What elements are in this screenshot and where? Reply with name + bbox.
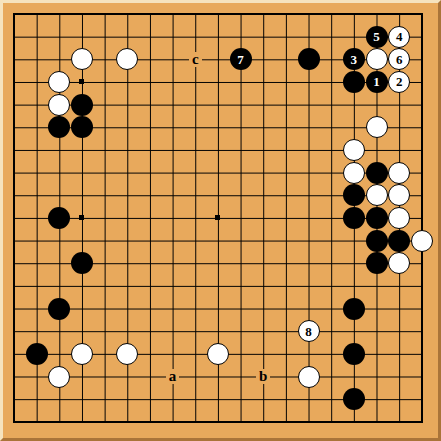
white-stone — [71, 48, 93, 70]
black-stone — [71, 116, 93, 138]
white-stone — [366, 184, 388, 206]
white-stone — [366, 116, 388, 138]
black-stone — [388, 230, 410, 252]
black-stone — [366, 162, 388, 184]
black-stone — [343, 71, 365, 93]
move-number: 3 — [351, 53, 358, 66]
black-stone — [298, 48, 320, 70]
intersection: 4 — [388, 25, 411, 48]
move-number: 2 — [396, 75, 403, 88]
black-stone — [71, 252, 93, 274]
intersection — [343, 388, 366, 411]
black-stone — [343, 207, 365, 229]
intersection — [116, 48, 139, 71]
point-label-b: b — [256, 369, 270, 384]
intersection: 8 — [297, 320, 320, 343]
intersection — [71, 343, 94, 366]
white-stone: 6 — [388, 48, 410, 70]
black-stone — [343, 298, 365, 320]
intersection — [365, 184, 388, 207]
black-stone — [343, 184, 365, 206]
intersection — [388, 161, 411, 184]
intersection — [207, 207, 230, 230]
star-point — [215, 215, 220, 220]
white-stone — [388, 162, 410, 184]
white-stone — [298, 366, 320, 388]
board-grid: 54736128abc — [3, 3, 433, 433]
intersection — [365, 252, 388, 275]
black-stone — [71, 94, 93, 116]
move-number: 7 — [237, 53, 244, 66]
intersection: 6 — [388, 48, 411, 71]
white-stone: 8 — [298, 320, 320, 342]
move-number: 1 — [373, 75, 380, 88]
black-stone — [343, 343, 365, 365]
white-stone — [207, 343, 229, 365]
black-stone — [48, 116, 70, 138]
white-stone — [343, 162, 365, 184]
move-number: 5 — [373, 30, 380, 43]
intersection — [71, 71, 94, 94]
move-number: 8 — [305, 325, 312, 338]
black-stone: 7 — [230, 48, 252, 70]
intersection: c — [184, 48, 207, 71]
white-stone: 4 — [388, 26, 410, 48]
intersection: 7 — [229, 48, 252, 71]
intersection — [71, 93, 94, 116]
black-stone — [26, 343, 48, 365]
intersection — [71, 116, 94, 139]
intersection — [388, 252, 411, 275]
white-stone — [48, 94, 70, 116]
black-stone: 5 — [366, 26, 388, 48]
black-stone — [366, 230, 388, 252]
white-stone — [388, 252, 410, 274]
intersection — [48, 93, 71, 116]
intersection — [297, 365, 320, 388]
go-board[interactable]: 54736128abc — [0, 0, 441, 441]
intersection — [48, 365, 71, 388]
intersection — [48, 116, 71, 139]
intersection: 3 — [343, 48, 366, 71]
white-stone — [48, 71, 70, 93]
intersection — [71, 207, 94, 230]
intersection — [365, 207, 388, 230]
intersection — [388, 229, 411, 252]
intersection — [365, 48, 388, 71]
intersection — [365, 229, 388, 252]
intersection: b — [252, 365, 275, 388]
intersection — [207, 343, 230, 366]
black-stone — [366, 252, 388, 274]
white-stone — [388, 207, 410, 229]
intersection — [343, 297, 366, 320]
intersection — [365, 116, 388, 139]
intersection — [48, 71, 71, 94]
move-number: 6 — [396, 53, 403, 66]
black-stone: 3 — [343, 48, 365, 70]
intersection — [343, 184, 366, 207]
intersection: 5 — [365, 25, 388, 48]
white-stone — [343, 139, 365, 161]
intersection — [25, 343, 48, 366]
white-stone — [411, 230, 433, 252]
intersection — [388, 207, 411, 230]
intersection — [410, 229, 433, 252]
white-stone: 2 — [388, 71, 410, 93]
white-stone — [116, 48, 138, 70]
star-point — [79, 215, 84, 220]
black-stone: 1 — [366, 71, 388, 93]
intersection — [297, 48, 320, 71]
move-number: 4 — [396, 30, 403, 43]
intersection — [388, 184, 411, 207]
star-point — [79, 79, 84, 84]
black-stone — [48, 298, 70, 320]
intersection: 1 — [365, 71, 388, 94]
intersection — [71, 252, 94, 275]
white-stone — [388, 184, 410, 206]
intersection — [48, 297, 71, 320]
intersection — [48, 207, 71, 230]
intersection — [343, 71, 366, 94]
black-stone — [48, 207, 70, 229]
intersection — [365, 161, 388, 184]
point-label-c: c — [189, 52, 202, 67]
black-stone — [343, 388, 365, 410]
white-stone — [116, 343, 138, 365]
intersection: 2 — [388, 71, 411, 94]
intersection — [116, 343, 139, 366]
white-stone — [48, 366, 70, 388]
intersection — [343, 343, 366, 366]
white-stone — [71, 343, 93, 365]
intersection — [71, 48, 94, 71]
intersection — [343, 207, 366, 230]
black-stone — [366, 207, 388, 229]
intersection: a — [161, 365, 184, 388]
intersection — [343, 161, 366, 184]
intersection — [343, 139, 366, 162]
white-stone — [366, 48, 388, 70]
point-label-a: a — [166, 369, 180, 384]
